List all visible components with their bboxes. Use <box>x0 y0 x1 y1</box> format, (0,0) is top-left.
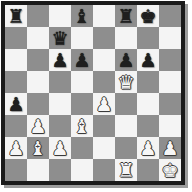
square-f4[interactable] <box>115 93 137 115</box>
black-pawn[interactable]: ♟ <box>139 49 156 71</box>
chess-board: ♜♝♜♚♛♟♟♟♟♛♟♟♟♝♟♝♟♟♟♜♚ <box>5 5 181 181</box>
square-d4[interactable] <box>71 93 93 115</box>
white-rook[interactable]: ♜ <box>117 159 134 181</box>
square-e4[interactable]: ♟ <box>93 93 115 115</box>
square-b6[interactable] <box>27 49 49 71</box>
square-g7[interactable] <box>137 27 159 49</box>
square-h3[interactable] <box>159 115 181 137</box>
square-b4[interactable] <box>27 93 49 115</box>
square-c1[interactable] <box>49 159 71 181</box>
square-g2[interactable]: ♟ <box>137 137 159 159</box>
square-d3[interactable]: ♝ <box>71 115 93 137</box>
square-b2[interactable]: ♝ <box>27 137 49 159</box>
black-pawn[interactable]: ♟ <box>117 49 134 71</box>
square-a7[interactable] <box>5 27 27 49</box>
square-e7[interactable] <box>93 27 115 49</box>
black-pawn[interactable]: ♟ <box>7 93 24 115</box>
square-h8[interactable] <box>159 5 181 27</box>
square-a5[interactable] <box>5 71 27 93</box>
square-b8[interactable] <box>27 5 49 27</box>
square-g8[interactable]: ♚ <box>137 5 159 27</box>
square-b1[interactable] <box>27 159 49 181</box>
square-d6[interactable]: ♟ <box>71 49 93 71</box>
square-d5[interactable] <box>71 71 93 93</box>
square-a8[interactable]: ♜ <box>5 5 27 27</box>
square-f8[interactable]: ♜ <box>115 5 137 27</box>
square-c7[interactable]: ♛ <box>49 27 71 49</box>
square-e1[interactable] <box>93 159 115 181</box>
black-rook[interactable]: ♜ <box>7 5 24 27</box>
white-bishop[interactable]: ♝ <box>29 137 46 159</box>
black-bishop[interactable]: ♝ <box>73 5 90 27</box>
square-h5[interactable] <box>159 71 181 93</box>
square-g4[interactable] <box>137 93 159 115</box>
white-queen[interactable]: ♛ <box>117 71 134 93</box>
square-d2[interactable] <box>71 137 93 159</box>
black-king[interactable]: ♚ <box>139 5 156 27</box>
square-d7[interactable] <box>71 27 93 49</box>
square-c4[interactable] <box>49 93 71 115</box>
black-rook[interactable]: ♜ <box>117 5 134 27</box>
white-pawn[interactable]: ♟ <box>7 137 24 159</box>
square-h6[interactable] <box>159 49 181 71</box>
square-c3[interactable] <box>49 115 71 137</box>
square-a2[interactable]: ♟ <box>5 137 27 159</box>
square-h1[interactable]: ♚ <box>159 159 181 181</box>
square-b3[interactable]: ♟ <box>27 115 49 137</box>
square-g6[interactable]: ♟ <box>137 49 159 71</box>
square-c8[interactable] <box>49 5 71 27</box>
square-c5[interactable] <box>49 71 71 93</box>
square-e6[interactable] <box>93 49 115 71</box>
square-h4[interactable] <box>159 93 181 115</box>
square-e3[interactable] <box>93 115 115 137</box>
square-a3[interactable] <box>5 115 27 137</box>
square-e8[interactable] <box>93 5 115 27</box>
square-h2[interactable]: ♟ <box>159 137 181 159</box>
square-f3[interactable] <box>115 115 137 137</box>
black-pawn[interactable]: ♟ <box>73 49 90 71</box>
chess-board-frame: ♜♝♜♚♛♟♟♟♟♛♟♟♟♝♟♝♟♟♟♜♚ <box>1 1 185 185</box>
white-pawn[interactable]: ♟ <box>29 115 46 137</box>
black-queen[interactable]: ♛ <box>51 27 68 49</box>
white-bishop[interactable]: ♝ <box>73 115 90 137</box>
white-pawn[interactable]: ♟ <box>95 93 112 115</box>
square-a1[interactable] <box>5 159 27 181</box>
square-b5[interactable] <box>27 71 49 93</box>
white-pawn[interactable]: ♟ <box>51 137 68 159</box>
square-g3[interactable] <box>137 115 159 137</box>
white-pawn[interactable]: ♟ <box>161 137 178 159</box>
white-pawn[interactable]: ♟ <box>139 137 156 159</box>
square-f7[interactable] <box>115 27 137 49</box>
square-c6[interactable]: ♟ <box>49 49 71 71</box>
square-b7[interactable] <box>27 27 49 49</box>
square-a6[interactable] <box>5 49 27 71</box>
square-f2[interactable] <box>115 137 137 159</box>
square-e5[interactable] <box>93 71 115 93</box>
square-f5[interactable]: ♛ <box>115 71 137 93</box>
square-g1[interactable] <box>137 159 159 181</box>
square-f1[interactable]: ♜ <box>115 159 137 181</box>
square-e2[interactable] <box>93 137 115 159</box>
square-a4[interactable]: ♟ <box>5 93 27 115</box>
square-h7[interactable] <box>159 27 181 49</box>
black-pawn[interactable]: ♟ <box>51 49 68 71</box>
square-d1[interactable] <box>71 159 93 181</box>
square-d8[interactable]: ♝ <box>71 5 93 27</box>
square-f6[interactable]: ♟ <box>115 49 137 71</box>
white-king[interactable]: ♚ <box>161 159 178 181</box>
square-c2[interactable]: ♟ <box>49 137 71 159</box>
square-g5[interactable] <box>137 71 159 93</box>
